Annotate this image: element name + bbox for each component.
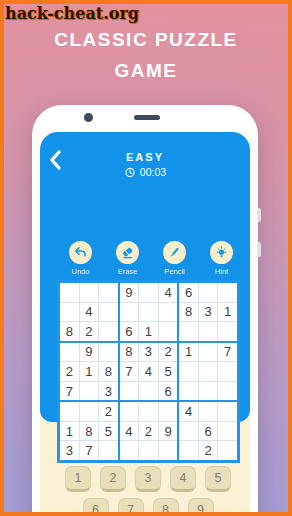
sudoku-cell-r1c6[interactable]: 4 bbox=[159, 283, 178, 302]
undo-label: Undo bbox=[72, 267, 90, 276]
sudoku-cell-r9c8[interactable]: 2 bbox=[199, 441, 218, 460]
erase-circle bbox=[116, 241, 139, 264]
phone-camera-dot bbox=[84, 113, 93, 122]
sudoku-cell-r9c7[interactable] bbox=[179, 441, 198, 460]
sudoku-cell-r6c1[interactable]: 7 bbox=[60, 382, 79, 401]
undo-icon bbox=[73, 245, 88, 260]
sudoku-cell-r4c6[interactable]: 2 bbox=[159, 343, 178, 362]
keypad-key-1[interactable]: 1 bbox=[65, 466, 91, 492]
keypad-key-6[interactable]: 6 bbox=[83, 498, 109, 516]
sudoku-cell-r2c2[interactable]: 4 bbox=[80, 303, 99, 322]
timer-value: 00:03 bbox=[140, 166, 166, 178]
sudoku-cell-r4c3[interactable] bbox=[99, 343, 118, 362]
pencil-icon bbox=[167, 245, 182, 260]
sudoku-cell-r2c7[interactable]: 8 bbox=[179, 303, 198, 322]
sudoku-cell-r3c5[interactable]: 1 bbox=[139, 322, 158, 341]
phone-volume-button bbox=[257, 208, 261, 222]
sudoku-cell-r2c8[interactable]: 3 bbox=[199, 303, 218, 322]
sudoku-cell-r9c6[interactable] bbox=[159, 441, 178, 460]
sudoku-cell-r5c8[interactable] bbox=[199, 362, 218, 381]
difficulty-label: EASY bbox=[40, 151, 250, 163]
hint-button[interactable]: Hint bbox=[202, 241, 242, 276]
keypad-key-9[interactable]: 9 bbox=[188, 498, 214, 516]
hint-circle bbox=[210, 241, 233, 264]
keypad-key-3[interactable]: 3 bbox=[135, 466, 161, 492]
sudoku-box: 218537 bbox=[60, 402, 118, 460]
sudoku-cell-r3c7[interactable] bbox=[179, 322, 198, 341]
sudoku-cell-r4c4[interactable]: 8 bbox=[120, 343, 139, 362]
sudoku-cell-r8c4[interactable]: 4 bbox=[120, 422, 139, 441]
sudoku-cell-r2c9[interactable]: 1 bbox=[218, 303, 237, 322]
erase-button[interactable]: Erase bbox=[108, 241, 148, 276]
sudoku-cell-r6c5[interactable] bbox=[139, 382, 158, 401]
sudoku-cell-r9c4[interactable] bbox=[120, 441, 139, 460]
sudoku-box: 429 bbox=[120, 402, 178, 460]
sudoku-cell-r8c9[interactable] bbox=[218, 422, 237, 441]
sudoku-cell-r6c7[interactable] bbox=[179, 382, 198, 401]
sudoku-cell-r7c8[interactable] bbox=[199, 402, 218, 421]
sudoku-box: 8327456 bbox=[120, 343, 178, 401]
keypad-key-7[interactable]: 7 bbox=[118, 498, 144, 516]
sudoku-box: 17 bbox=[179, 343, 237, 401]
sudoku-cell-r8c2[interactable]: 8 bbox=[80, 422, 99, 441]
phone-speaker bbox=[134, 115, 160, 120]
sudoku-cell-r6c3[interactable]: 3 bbox=[99, 382, 118, 401]
sudoku-box: 6831 bbox=[179, 283, 237, 341]
timer: 00:03 bbox=[40, 166, 250, 178]
sudoku-cell-r4c9[interactable]: 7 bbox=[218, 343, 237, 362]
sudoku-cell-r8c8[interactable]: 6 bbox=[199, 422, 218, 441]
keypad-key-4[interactable]: 4 bbox=[170, 466, 196, 492]
sudoku-cell-r2c1[interactable] bbox=[60, 303, 79, 322]
sudoku-cell-r3c4[interactable]: 6 bbox=[120, 322, 139, 341]
lightbulb-icon bbox=[214, 245, 229, 260]
pencil-circle bbox=[163, 241, 186, 264]
sudoku-box: 462 bbox=[179, 402, 237, 460]
keypad-key-5[interactable]: 5 bbox=[205, 466, 231, 492]
sudoku-cell-r2c3[interactable] bbox=[99, 303, 118, 322]
keypad-key-8[interactable]: 8 bbox=[153, 498, 179, 516]
sudoku-cell-r6c4[interactable] bbox=[120, 382, 139, 401]
sudoku-cell-r6c2[interactable] bbox=[80, 382, 99, 401]
sudoku-cell-r9c1[interactable]: 3 bbox=[60, 441, 79, 460]
sudoku-cell-r2c6[interactable] bbox=[159, 303, 178, 322]
sudoku-cell-r7c4[interactable] bbox=[120, 402, 139, 421]
sudoku-cell-r3c1[interactable]: 8 bbox=[60, 322, 79, 341]
sudoku-cell-r1c8[interactable] bbox=[199, 283, 218, 302]
sudoku-cell-r7c3[interactable]: 2 bbox=[99, 402, 118, 421]
banner-title-line2: GAME bbox=[0, 55, 292, 86]
sudoku-cell-r4c7[interactable]: 1 bbox=[179, 343, 198, 362]
sudoku-cell-r7c7[interactable]: 4 bbox=[179, 402, 198, 421]
sudoku-cell-r9c5[interactable] bbox=[139, 441, 158, 460]
sudoku-cell-r2c5[interactable] bbox=[139, 303, 158, 322]
sudoku-cell-r7c6[interactable] bbox=[159, 402, 178, 421]
app-screenshot: hack-cheat.org CLASSIC PUZZLE GAME EASY … bbox=[0, 0, 292, 516]
sudoku-box: 921873 bbox=[60, 343, 118, 401]
erase-label: Erase bbox=[118, 267, 138, 276]
sudoku-cell-r3c8[interactable] bbox=[199, 322, 218, 341]
sudoku-cell-r9c2[interactable]: 7 bbox=[80, 441, 99, 460]
sudoku-cell-r5c9[interactable] bbox=[218, 362, 237, 381]
sudoku-cell-r6c8[interactable] bbox=[199, 382, 218, 401]
sudoku-cell-r5c3[interactable]: 8 bbox=[99, 362, 118, 381]
sudoku-cell-r5c6[interactable]: 5 bbox=[159, 362, 178, 381]
banner-title-line1: CLASSIC PUZZLE bbox=[0, 24, 292, 55]
pencil-button[interactable]: Pencil bbox=[155, 241, 195, 276]
undo-button[interactable]: Undo bbox=[61, 241, 101, 276]
undo-circle bbox=[69, 241, 92, 264]
sudoku-cell-r3c6[interactable] bbox=[159, 322, 178, 341]
pencil-label: Pencil bbox=[164, 267, 184, 276]
clock-icon bbox=[124, 166, 136, 178]
sudoku-cell-r1c9[interactable] bbox=[218, 283, 237, 302]
keypad-row-2: 6789 bbox=[43, 498, 253, 516]
phone-power-button bbox=[257, 242, 261, 257]
sudoku-cell-r5c2[interactable]: 1 bbox=[80, 362, 99, 381]
sudoku-cell-r4c2[interactable]: 9 bbox=[80, 343, 99, 362]
sudoku-cell-r4c8[interactable] bbox=[199, 343, 218, 362]
sudoku-cell-r9c9[interactable] bbox=[218, 441, 237, 460]
toolbar: Undo Erase bbox=[46, 241, 256, 276]
keypad-row-1: 12345 bbox=[43, 466, 253, 492]
keypad-key-2[interactable]: 2 bbox=[100, 466, 126, 492]
eraser-icon bbox=[120, 245, 135, 260]
sudoku-cell-r7c9[interactable] bbox=[218, 402, 237, 421]
sudoku-cell-r8c6[interactable]: 9 bbox=[159, 422, 178, 441]
sudoku-cell-r7c5[interactable] bbox=[139, 402, 158, 421]
sudoku-cell-r1c3[interactable] bbox=[99, 283, 118, 302]
sudoku-cell-r9c3[interactable] bbox=[99, 441, 118, 460]
sudoku-cell-r3c9[interactable] bbox=[218, 322, 237, 341]
sudoku-box: 482 bbox=[60, 283, 118, 341]
sudoku-cell-r5c4[interactable]: 7 bbox=[120, 362, 139, 381]
sudoku-cell-r1c4[interactable]: 9 bbox=[120, 283, 139, 302]
sudoku-cell-r7c2[interactable] bbox=[80, 402, 99, 421]
sudoku-cell-r5c5[interactable]: 4 bbox=[139, 362, 158, 381]
sudoku-cell-r2c4[interactable] bbox=[120, 303, 139, 322]
sudoku-cell-r8c1[interactable]: 1 bbox=[60, 422, 79, 441]
sudoku-cell-r3c3[interactable] bbox=[99, 322, 118, 341]
sudoku-cell-r7c1[interactable] bbox=[60, 402, 79, 421]
banner-title: CLASSIC PUZZLE GAME bbox=[0, 24, 292, 86]
sudoku-cell-r6c9[interactable] bbox=[218, 382, 237, 401]
sudoku-board: 48294616831921873832745617218537429462 bbox=[57, 280, 240, 463]
sudoku-box: 9461 bbox=[120, 283, 178, 341]
sudoku-cell-r8c7[interactable] bbox=[179, 422, 198, 441]
sudoku-cell-r3c2[interactable]: 2 bbox=[80, 322, 99, 341]
sudoku-cell-r1c1[interactable] bbox=[60, 283, 79, 302]
sudoku-cell-r1c2[interactable] bbox=[80, 283, 99, 302]
sudoku-cell-r1c5[interactable] bbox=[139, 283, 158, 302]
sudoku-cell-r5c1[interactable]: 2 bbox=[60, 362, 79, 381]
watermark: hack-cheat.org bbox=[5, 4, 139, 23]
sudoku-cell-r5c7[interactable] bbox=[179, 362, 198, 381]
hint-label: Hint bbox=[215, 267, 228, 276]
sudoku-cell-r4c5[interactable]: 3 bbox=[139, 343, 158, 362]
sudoku-cell-r4c1[interactable] bbox=[60, 343, 79, 362]
sudoku-cell-r6c6[interactable]: 6 bbox=[159, 382, 178, 401]
sudoku-cell-r1c7[interactable]: 6 bbox=[179, 283, 198, 302]
sudoku-cell-r8c3[interactable]: 5 bbox=[99, 422, 118, 441]
sudoku-cell-r8c5[interactable]: 2 bbox=[139, 422, 158, 441]
